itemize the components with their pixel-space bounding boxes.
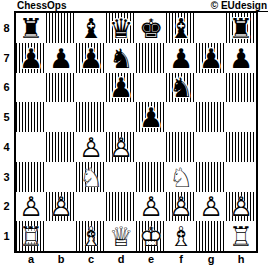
piece-glyph: ♟ (76, 43, 106, 73)
piece-outline-glyph: ♗ (76, 221, 106, 251)
square-e2[interactable]: ♟♙ (136, 192, 166, 222)
square-g6[interactable] (196, 73, 226, 103)
piece-glyph: ♝ (166, 13, 196, 43)
rank-label-5: 5 (0, 102, 13, 132)
square-d1[interactable]: ♛♕ (106, 221, 136, 251)
square-e6[interactable] (136, 73, 166, 103)
square-a8[interactable]: ♜ (16, 13, 46, 43)
square-a4[interactable] (16, 132, 46, 162)
file-label-f: f (166, 253, 196, 267)
square-f3[interactable]: ♞♘ (166, 162, 196, 192)
square-f8[interactable]: ♝ (166, 13, 196, 43)
file-label-b: b (46, 253, 76, 267)
square-c3[interactable]: ♞♘ (76, 162, 106, 192)
square-a6[interactable] (16, 73, 46, 103)
square-b1[interactable] (46, 221, 76, 251)
piece-glyph: ♟ (106, 73, 136, 103)
piece-outline-glyph: ♙ (106, 132, 136, 162)
piece-white-king[interactable]: ♚♔ (136, 221, 166, 251)
file-label-g: g (196, 253, 226, 267)
piece-black-rook[interactable]: ♜ (16, 13, 46, 43)
piece-glyph: ♞ (106, 43, 136, 73)
square-b2[interactable]: ♟♙ (46, 192, 76, 222)
piece-glyph: ♟ (226, 43, 256, 73)
piece-glyph: ♚ (136, 13, 166, 43)
square-g3[interactable] (196, 162, 226, 192)
app-title: ChessOps (14, 0, 66, 11)
rank-label-3: 3 (0, 162, 13, 192)
square-g4[interactable] (196, 132, 226, 162)
square-b7[interactable]: ♟ (46, 43, 76, 73)
piece-black-knight[interactable]: ♞ (166, 73, 196, 103)
piece-glyph: ♜ (16, 13, 46, 43)
piece-outline-glyph: ♙ (136, 192, 166, 222)
square-h5[interactable] (226, 102, 256, 132)
piece-glyph: ♟ (136, 102, 166, 132)
rank-label-2: 2 (0, 192, 13, 222)
square-b8[interactable] (46, 13, 76, 43)
piece-black-pawn[interactable]: ♟ (16, 43, 46, 73)
square-b3[interactable] (46, 162, 76, 192)
piece-glyph: ♟ (196, 43, 226, 73)
piece-glyph: ♞ (166, 73, 196, 103)
square-b5[interactable] (46, 102, 76, 132)
square-c5[interactable] (76, 102, 106, 132)
square-g5[interactable] (196, 102, 226, 132)
piece-outline-glyph: ♖ (226, 221, 256, 251)
piece-white-pawn[interactable]: ♟♙ (166, 192, 196, 222)
square-d7[interactable]: ♞ (106, 43, 136, 73)
piece-outline-glyph: ♘ (76, 162, 106, 192)
piece-outline-glyph: ♗ (166, 221, 196, 251)
piece-white-bishop[interactable]: ♝♗ (76, 221, 106, 251)
square-h7[interactable]: ♟ (226, 43, 256, 73)
piece-outline-glyph: ♖ (16, 221, 46, 251)
square-c7[interactable]: ♟ (76, 43, 106, 73)
file-label-c: c (76, 253, 106, 267)
file-label-a: a (16, 253, 46, 267)
square-h4[interactable] (226, 132, 256, 162)
square-g1[interactable] (196, 221, 226, 251)
piece-black-pawn[interactable]: ♟ (106, 73, 136, 103)
piece-white-pawn[interactable]: ♟♙ (136, 192, 166, 222)
copyright-text: © EUdesign (211, 0, 268, 11)
rank-label-7: 7 (0, 43, 13, 73)
piece-black-king[interactable]: ♚ (136, 13, 166, 43)
piece-black-pawn[interactable]: ♟ (166, 43, 196, 73)
piece-white-bishop[interactable]: ♝♗ (166, 221, 196, 251)
piece-black-pawn[interactable]: ♟ (226, 43, 256, 73)
piece-white-pawn[interactable]: ♟♙ (46, 192, 76, 222)
piece-white-pawn[interactable]: ♟♙ (226, 192, 256, 222)
square-h2[interactable]: ♟♙ (226, 192, 256, 222)
square-h3[interactable] (226, 162, 256, 192)
piece-black-bishop[interactable]: ♝ (166, 13, 196, 43)
piece-black-rook[interactable]: ♜ (226, 13, 256, 43)
piece-outline-glyph: ♙ (226, 192, 256, 222)
piece-glyph: ♟ (16, 43, 46, 73)
square-g7[interactable]: ♟ (196, 43, 226, 73)
piece-outline-glyph: ♙ (166, 192, 196, 222)
piece-black-queen[interactable]: ♛ (106, 13, 136, 43)
piece-glyph: ♟ (46, 43, 76, 73)
piece-black-pawn[interactable]: ♟ (76, 43, 106, 73)
rank-label-4: 4 (0, 132, 13, 162)
square-e5[interactable]: ♟ (136, 102, 166, 132)
piece-black-bishop[interactable]: ♝ (76, 13, 106, 43)
piece-glyph: ♜ (226, 13, 256, 43)
piece-white-pawn[interactable]: ♟♙ (16, 192, 46, 222)
square-d5[interactable] (106, 102, 136, 132)
square-h1[interactable]: ♜♖ (226, 221, 256, 251)
square-f6[interactable]: ♞ (166, 73, 196, 103)
square-d2[interactable] (106, 192, 136, 222)
square-e3[interactable] (136, 162, 166, 192)
square-a1[interactable]: ♜♖ (16, 221, 46, 251)
square-c8[interactable]: ♝ (76, 13, 106, 43)
piece-glyph: ♟ (166, 43, 196, 73)
square-h6[interactable] (226, 73, 256, 103)
piece-white-queen[interactable]: ♛♕ (106, 221, 136, 251)
piece-white-pawn[interactable]: ♟♙ (106, 132, 136, 162)
square-c4[interactable]: ♟♙ (76, 132, 106, 162)
square-f4[interactable] (166, 132, 196, 162)
square-g2[interactable]: ♟♙ (196, 192, 226, 222)
piece-black-pawn[interactable]: ♟ (136, 102, 166, 132)
square-g8[interactable] (196, 13, 226, 43)
piece-white-rook[interactable]: ♜♖ (226, 221, 256, 251)
square-f5[interactable] (166, 102, 196, 132)
square-a3[interactable] (16, 162, 46, 192)
piece-white-pawn[interactable]: ♟♙ (196, 192, 226, 222)
piece-outline-glyph: ♕ (106, 221, 136, 251)
square-a5[interactable] (16, 102, 46, 132)
chessops-diagram: ChessOps © EUdesign 87654321 ♜♝♛♚♝♜♟♟♟♞♟… (0, 0, 270, 270)
square-f2[interactable]: ♟♙ (166, 192, 196, 222)
square-d4[interactable]: ♟♙ (106, 132, 136, 162)
square-e7[interactable] (136, 43, 166, 73)
piece-outline-glyph: ♙ (46, 192, 76, 222)
piece-outline-glyph: ♔ (136, 221, 166, 251)
square-f7[interactable]: ♟ (166, 43, 196, 73)
piece-outline-glyph: ♙ (16, 192, 46, 222)
rank-label-1: 1 (0, 221, 13, 251)
square-a7[interactable]: ♟ (16, 43, 46, 73)
piece-black-pawn[interactable]: ♟ (46, 43, 76, 73)
rank-label-8: 8 (0, 13, 13, 43)
piece-black-pawn[interactable]: ♟ (196, 43, 226, 73)
file-label-d: d (106, 253, 136, 267)
square-c1[interactable]: ♝♗ (76, 221, 106, 251)
piece-white-pawn[interactable]: ♟♙ (76, 132, 106, 162)
square-d6[interactable]: ♟ (106, 73, 136, 103)
square-a2[interactable]: ♟♙ (16, 192, 46, 222)
square-c2[interactable] (76, 192, 106, 222)
file-label-e: e (136, 253, 166, 267)
square-f1[interactable]: ♝♗ (166, 221, 196, 251)
piece-white-knight[interactable]: ♞♘ (76, 162, 106, 192)
square-e1[interactable]: ♚♔ (136, 221, 166, 251)
square-d3[interactable] (106, 162, 136, 192)
piece-outline-glyph: ♘ (166, 162, 196, 192)
file-labels: abcdefgh (16, 253, 256, 267)
piece-black-knight[interactable]: ♞ (106, 43, 136, 73)
rank-label-6: 6 (0, 73, 13, 103)
chess-board: ♜♝♛♚♝♜♟♟♟♞♟♟♟♟♞♟♟♙♟♙♞♘♞♘♟♙♟♙♟♙♟♙♟♙♟♙♜♖♝♗… (14, 11, 258, 253)
piece-outline-glyph: ♙ (196, 192, 226, 222)
square-d8[interactable]: ♛ (106, 13, 136, 43)
piece-outline-glyph: ♙ (76, 132, 106, 162)
square-e8[interactable]: ♚ (136, 13, 166, 43)
piece-glyph: ♛ (106, 13, 136, 43)
square-b6[interactable] (46, 73, 76, 103)
piece-white-knight[interactable]: ♞♘ (166, 162, 196, 192)
square-b4[interactable] (46, 132, 76, 162)
file-label-h: h (226, 253, 256, 267)
piece-glyph: ♝ (76, 13, 106, 43)
piece-white-rook[interactable]: ♜♖ (16, 221, 46, 251)
square-h8[interactable]: ♜ (226, 13, 256, 43)
square-c6[interactable] (76, 73, 106, 103)
rank-labels: 87654321 (0, 13, 13, 251)
square-e4[interactable] (136, 132, 166, 162)
